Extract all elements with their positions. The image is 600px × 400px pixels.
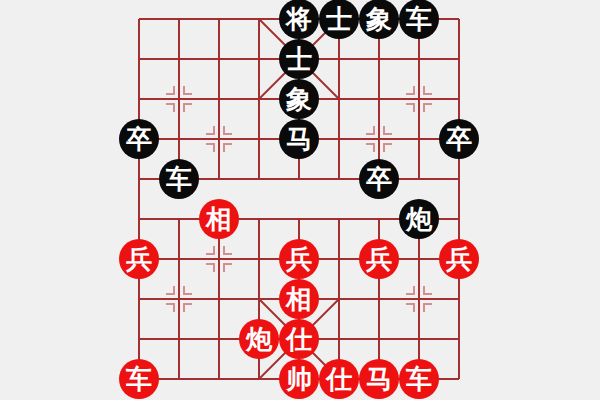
piece-red-horse[interactable]: 马 [359, 359, 399, 399]
piece-black-general[interactable]: 将 [279, 0, 319, 39]
board-point[interactable]: 炮 [399, 199, 439, 239]
board-point[interactable] [239, 39, 279, 79]
board-point[interactable] [119, 159, 159, 199]
board-point[interactable] [439, 159, 479, 199]
board-point[interactable] [359, 119, 399, 159]
board-point[interactable] [159, 239, 199, 279]
board-point[interactable]: 马 [359, 359, 399, 399]
piece-black-soldier[interactable]: 卒 [119, 119, 159, 159]
piece-red-soldier[interactable]: 兵 [279, 239, 319, 279]
piece-black-chariot[interactable]: 车 [399, 0, 439, 39]
board-point[interactable]: 象 [279, 79, 319, 119]
board-point[interactable] [399, 319, 439, 359]
board-point[interactable] [319, 79, 359, 119]
board-point[interactable] [359, 319, 399, 359]
board-point[interactable] [119, 279, 159, 319]
board-point[interactable] [359, 79, 399, 119]
piece-red-soldier[interactable]: 兵 [359, 239, 399, 279]
board-point[interactable] [319, 279, 359, 319]
board-point[interactable]: 车 [399, 0, 439, 39]
board-point[interactable] [199, 0, 239, 39]
board-point[interactable]: 仕 [319, 359, 359, 399]
board-point[interactable]: 车 [399, 359, 439, 399]
board-point[interactable] [119, 319, 159, 359]
board-point[interactable] [319, 239, 359, 279]
board-point[interactable] [439, 79, 479, 119]
piece-black-soldier[interactable]: 卒 [359, 159, 399, 199]
board-point[interactable]: 相 [279, 279, 319, 319]
piece-red-cannon[interactable]: 炮 [239, 319, 279, 359]
board-point[interactable] [119, 79, 159, 119]
board-point[interactable] [239, 159, 279, 199]
board-point[interactable] [439, 319, 479, 359]
board-point[interactable] [439, 359, 479, 399]
board-point[interactable] [239, 359, 279, 399]
piece-black-horse[interactable]: 马 [279, 119, 319, 159]
board-point[interactable] [159, 79, 199, 119]
piece-red-elephant[interactable]: 相 [279, 279, 319, 319]
piece-red-chariot[interactable]: 车 [119, 359, 159, 399]
board-point[interactable]: 卒 [439, 119, 479, 159]
board-point[interactable] [239, 239, 279, 279]
board-point[interactable] [239, 0, 279, 39]
board-point[interactable]: 帅 [279, 359, 319, 399]
board-point[interactable]: 将 [279, 0, 319, 39]
board-point[interactable] [319, 39, 359, 79]
piece-red-advisor[interactable]: 仕 [319, 359, 359, 399]
board-point[interactable] [239, 79, 279, 119]
board-point[interactable] [319, 119, 359, 159]
board-point[interactable] [199, 159, 239, 199]
board-point[interactable]: 兵 [279, 239, 319, 279]
xiangqi-board-screenshot: 将士象车士象卒马卒车卒相炮兵兵兵兵相炮仕车帅仕马车 [0, 0, 600, 400]
piece-red-elephant[interactable]: 相 [199, 199, 239, 239]
board-point[interactable] [199, 359, 239, 399]
board-point[interactable] [239, 119, 279, 159]
piece-red-soldier[interactable]: 兵 [119, 239, 159, 279]
board-point[interactable]: 仕 [279, 319, 319, 359]
board-point[interactable] [159, 319, 199, 359]
piece-black-cannon[interactable]: 炮 [399, 199, 439, 239]
board-point[interactable] [399, 279, 439, 319]
board-point[interactable]: 马 [279, 119, 319, 159]
board-point[interactable] [319, 199, 359, 239]
piece-red-soldier[interactable]: 兵 [439, 239, 479, 279]
board-point[interactable] [119, 0, 159, 39]
piece-black-chariot[interactable]: 车 [159, 159, 199, 199]
piece-black-soldier[interactable]: 卒 [439, 119, 479, 159]
board-point[interactable] [159, 199, 199, 239]
board-point[interactable] [159, 359, 199, 399]
board-point[interactable] [159, 39, 199, 79]
board-point[interactable] [199, 39, 239, 79]
board-point[interactable] [399, 239, 439, 279]
board-point[interactable] [399, 39, 439, 79]
board-point[interactable] [199, 119, 239, 159]
board-point[interactable] [319, 159, 359, 199]
board-point[interactable]: 相 [199, 199, 239, 239]
piece-black-elephant[interactable]: 象 [359, 0, 399, 39]
board-point[interactable] [359, 279, 399, 319]
board-point[interactable]: 兵 [359, 239, 399, 279]
piece-red-advisor[interactable]: 仕 [279, 319, 319, 359]
board-point[interactable] [359, 39, 399, 79]
board-point[interactable]: 卒 [359, 159, 399, 199]
board-point[interactable] [399, 159, 439, 199]
board-point[interactable] [239, 199, 279, 239]
board-point[interactable] [439, 279, 479, 319]
board-point[interactable]: 士 [319, 0, 359, 39]
board-point[interactable] [159, 0, 199, 39]
board-point[interactable]: 车 [159, 159, 199, 199]
piece-red-general[interactable]: 帅 [279, 359, 319, 399]
board-point[interactable] [159, 279, 199, 319]
board-point[interactable] [319, 319, 359, 359]
board-point[interactable] [439, 199, 479, 239]
board-point[interactable]: 卒 [119, 119, 159, 159]
board-point[interactable] [439, 0, 479, 39]
board-point[interactable]: 士 [279, 39, 319, 79]
board-point[interactable]: 象 [359, 0, 399, 39]
board-point[interactable] [199, 79, 239, 119]
piece-black-advisor[interactable]: 士 [319, 0, 359, 39]
board-point[interactable]: 兵 [119, 239, 159, 279]
board-point[interactable] [119, 39, 159, 79]
piece-black-advisor[interactable]: 士 [279, 39, 319, 79]
board-point[interactable] [279, 159, 319, 199]
board-point[interactable] [239, 279, 279, 319]
board-point[interactable]: 兵 [439, 239, 479, 279]
xiangqi-board: 将士象车士象卒马卒车卒相炮兵兵兵兵相炮仕车帅仕马车 [119, 0, 479, 399]
board-point[interactable] [199, 279, 239, 319]
board-point[interactable] [199, 239, 239, 279]
board-point[interactable]: 车 [119, 359, 159, 399]
board-point[interactable] [439, 39, 479, 79]
board-point[interactable] [199, 319, 239, 359]
board-point[interactable]: 炮 [239, 319, 279, 359]
board-point[interactable] [159, 119, 199, 159]
board-point[interactable] [399, 79, 439, 119]
board-point[interactable] [359, 199, 399, 239]
piece-black-elephant[interactable]: 象 [279, 79, 319, 119]
board-point[interactable] [119, 199, 159, 239]
board-point[interactable] [279, 199, 319, 239]
piece-red-chariot[interactable]: 车 [399, 359, 439, 399]
board-point[interactable] [399, 119, 439, 159]
